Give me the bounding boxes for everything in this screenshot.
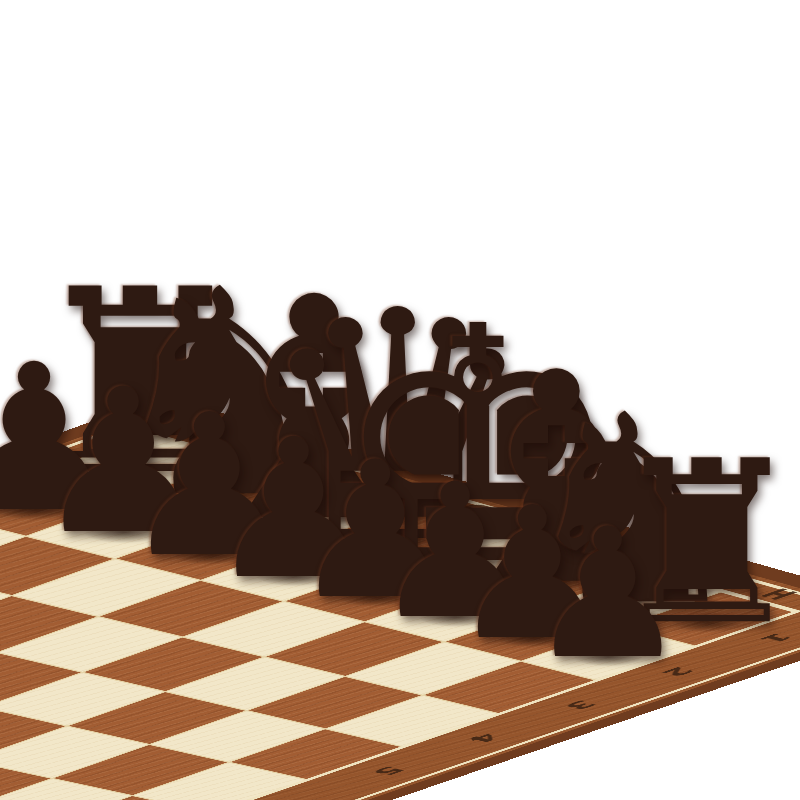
- rank-label-5: 5: [367, 765, 409, 777]
- rank-label-3: 3: [559, 699, 601, 711]
- rank-label-4: 4: [462, 732, 504, 744]
- product-photo: ABCDEFGH12345678 ♜♞♝♛♚♝♞♜♟♟♟♟♟♟♟♟: [0, 0, 800, 800]
- piece-h7-dark-pawn[interactable]: ♟: [527, 505, 688, 684]
